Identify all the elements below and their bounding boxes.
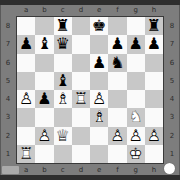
file-label-d: d — [72, 164, 90, 176]
piece-white-pawn[interactable]: ♙ — [108, 127, 126, 143]
square-f8[interactable] — [108, 17, 126, 35]
square-f1[interactable] — [108, 145, 126, 163]
piece-white-bishop-fill: ♝ — [54, 91, 72, 107]
piece-white-knight-fill: ♞ — [127, 109, 145, 125]
piece-white-pawn[interactable]: ♙ — [90, 91, 108, 107]
piece-white-rook-fill: ♜ — [17, 146, 35, 162]
square-e1[interactable] — [90, 145, 108, 163]
rank-label-7: 7 — [164, 35, 180, 53]
square-f2[interactable]: ♟♙ — [108, 127, 126, 145]
square-f3[interactable] — [108, 108, 126, 126]
piece-black-pawn[interactable]: ♟ — [108, 36, 126, 52]
piece-white-knight[interactable]: ♘ — [127, 109, 145, 125]
square-b5[interactable] — [35, 72, 53, 90]
square-a4[interactable]: ♟♙ — [17, 90, 35, 108]
square-h3[interactable] — [145, 108, 163, 126]
square-f4[interactable] — [108, 90, 126, 108]
square-c6[interactable] — [54, 54, 72, 72]
square-g2[interactable]: ♟♙ — [127, 127, 145, 145]
square-d6[interactable] — [72, 54, 90, 72]
watermark — [2, 166, 19, 174]
square-h8[interactable]: ♜ — [145, 17, 163, 35]
square-c3[interactable] — [54, 108, 72, 126]
file-label-g: g — [127, 4, 145, 16]
square-a6[interactable] — [17, 54, 35, 72]
square-e5[interactable] — [90, 72, 108, 90]
square-b3[interactable] — [35, 108, 53, 126]
piece-white-pawn-fill: ♟ — [108, 127, 126, 143]
square-f6[interactable]: ♞ — [108, 54, 126, 72]
rank-label-6: 6 — [164, 54, 180, 72]
square-e2[interactable] — [90, 127, 108, 145]
piece-white-pawn-fill: ♟ — [90, 91, 108, 107]
piece-black-queen[interactable]: ♛ — [54, 36, 72, 52]
piece-white-rook[interactable]: ♖ — [72, 91, 90, 107]
rank-label-3: 3 — [0, 108, 16, 126]
square-h4[interactable] — [145, 90, 163, 108]
square-d3[interactable] — [72, 108, 90, 126]
file-label-g: g — [127, 164, 145, 176]
piece-white-rook-fill: ♜ — [72, 91, 90, 107]
piece-black-bishop[interactable]: ♝ — [35, 36, 53, 52]
rank-label-5: 5 — [0, 72, 16, 90]
piece-white-queen-fill: ♛ — [54, 127, 72, 143]
piece-white-pawn-fill: ♟ — [17, 91, 35, 107]
piece-white-pawn-fill: ♟ — [145, 127, 163, 143]
file-label-b: b — [35, 164, 53, 176]
piece-white-king[interactable]: ♔ — [127, 146, 145, 162]
rank-label-4: 4 — [0, 90, 16, 108]
square-h7[interactable]: ♟ — [145, 35, 163, 53]
square-a8[interactable] — [17, 17, 35, 35]
piece-white-pawn[interactable]: ♙ — [145, 127, 163, 143]
rank-label-1: 1 — [0, 145, 16, 163]
square-a2[interactable] — [17, 127, 35, 145]
rank-label-6: 6 — [0, 54, 16, 72]
square-c2[interactable]: ♛♕ — [54, 127, 72, 145]
square-f5[interactable] — [108, 72, 126, 90]
rank-label-2: 2 — [164, 127, 180, 145]
rank-label-5: 5 — [164, 72, 180, 90]
piece-white-pawn[interactable]: ♙ — [127, 127, 145, 143]
file-labels-bottom: abcdefgh — [17, 164, 163, 176]
square-c4[interactable]: ♝♗ — [54, 90, 72, 108]
square-b6[interactable] — [35, 54, 53, 72]
file-label-b: b — [35, 4, 53, 16]
piece-black-pawn[interactable]: ♟ — [17, 36, 35, 52]
piece-black-king[interactable]: ♚ — [90, 18, 108, 34]
square-g3[interactable]: ♞♘ — [127, 108, 145, 126]
piece-black-pawn[interactable]: ♟ — [35, 91, 53, 107]
piece-black-knight[interactable]: ♞ — [108, 54, 126, 70]
file-label-a: a — [17, 4, 35, 16]
file-label-a: a — [17, 164, 35, 176]
piece-white-bishop[interactable]: ♗ — [90, 109, 108, 125]
piece-white-pawn[interactable]: ♙ — [35, 127, 53, 143]
square-h1[interactable] — [145, 145, 163, 163]
piece-black-bishop[interactable]: ♝ — [54, 73, 72, 89]
square-b2[interactable]: ♟♙ — [35, 127, 53, 145]
file-label-f: f — [108, 164, 126, 176]
square-d4[interactable]: ♜♖ — [72, 90, 90, 108]
piece-black-pawn[interactable]: ♟ — [127, 36, 145, 52]
square-e4[interactable]: ♟♙ — [90, 90, 108, 108]
file-label-d: d — [72, 4, 90, 16]
side-to-move-indicator — [164, 163, 175, 174]
piece-black-pawn[interactable]: ♟ — [90, 54, 108, 70]
piece-white-pawn-fill: ♟ — [35, 127, 53, 143]
square-d5[interactable] — [72, 72, 90, 90]
file-label-e: e — [90, 4, 108, 16]
square-g5[interactable] — [127, 72, 145, 90]
file-label-e: e — [90, 164, 108, 176]
square-a1[interactable]: ♜♖ — [17, 145, 35, 163]
square-h2[interactable]: ♟♙ — [145, 127, 163, 145]
board: ♜♚♜♟♝♛♟♟♟♟♞♝♟♙♟♝♗♜♖♟♙♝♗♞♘♟♙♛♕♟♙♟♙♟♙♜♖♚♔ — [16, 16, 164, 164]
square-d2[interactable] — [72, 127, 90, 145]
piece-white-bishop-fill: ♝ — [90, 109, 108, 125]
square-b1[interactable] — [35, 145, 53, 163]
file-label-h: h — [145, 164, 163, 176]
file-label-c: c — [54, 4, 72, 16]
rank-labels-right: 87654321 — [164, 17, 180, 163]
square-e3[interactable]: ♝♗ — [90, 108, 108, 126]
square-b7[interactable]: ♝ — [35, 35, 53, 53]
square-c5[interactable]: ♝ — [54, 72, 72, 90]
piece-white-pawn[interactable]: ♙ — [17, 91, 35, 107]
file-label-f: f — [108, 4, 126, 16]
rank-label-7: 7 — [0, 35, 16, 53]
square-d1[interactable] — [72, 145, 90, 163]
rank-label-8: 8 — [164, 17, 180, 35]
square-a7[interactable]: ♟ — [17, 35, 35, 53]
square-b8[interactable] — [35, 17, 53, 35]
rank-label-1: 1 — [164, 145, 180, 163]
square-c7[interactable]: ♛ — [54, 35, 72, 53]
rank-label-3: 3 — [164, 108, 180, 126]
rank-label-2: 2 — [0, 127, 16, 145]
square-a5[interactable] — [17, 72, 35, 90]
piece-white-rook[interactable]: ♖ — [17, 146, 35, 162]
square-b4[interactable]: ♟ — [35, 90, 53, 108]
square-a3[interactable] — [17, 108, 35, 126]
square-e7[interactable] — [90, 35, 108, 53]
piece-white-king-fill: ♚ — [127, 146, 145, 162]
square-h5[interactable] — [145, 72, 163, 90]
square-h6[interactable] — [145, 54, 163, 72]
rank-label-8: 8 — [0, 17, 16, 35]
square-d8[interactable] — [72, 17, 90, 35]
square-g4[interactable] — [127, 90, 145, 108]
piece-white-pawn-fill: ♟ — [127, 127, 145, 143]
square-g8[interactable] — [127, 17, 145, 35]
piece-white-queen[interactable]: ♕ — [54, 127, 72, 143]
square-g7[interactable]: ♟ — [127, 35, 145, 53]
square-c1[interactable] — [54, 145, 72, 163]
rank-label-4: 4 — [164, 90, 180, 108]
rank-labels-left: 87654321 — [0, 17, 16, 163]
file-label-h: h — [145, 4, 163, 16]
piece-black-rook[interactable]: ♜ — [145, 18, 163, 34]
file-labels-top: abcdefgh — [17, 4, 163, 16]
piece-black-rook[interactable]: ♜ — [54, 18, 72, 34]
square-g1[interactable]: ♚♔ — [127, 145, 145, 163]
square-e6[interactable]: ♟ — [90, 54, 108, 72]
square-d7[interactable] — [72, 35, 90, 53]
square-g6[interactable] — [127, 54, 145, 72]
file-label-c: c — [54, 164, 72, 176]
chess-diagram: abcdefgh abcdefgh 87654321 87654321 ♜♚♜♟… — [0, 0, 180, 180]
piece-black-pawn[interactable]: ♟ — [145, 36, 163, 52]
piece-white-bishop[interactable]: ♗ — [54, 91, 72, 107]
square-c8[interactable]: ♜ — [54, 17, 72, 35]
square-f7[interactable]: ♟ — [108, 35, 126, 53]
square-e8[interactable]: ♚ — [90, 17, 108, 35]
